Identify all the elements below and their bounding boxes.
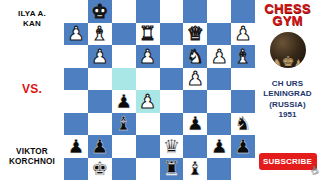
channel-emblem: ♞♚♟ xyxy=(270,32,306,68)
square-g3[interactable]: ♟ xyxy=(88,45,112,68)
square-h7[interactable]: ♟ xyxy=(64,135,88,158)
white-player-line1: ILYA A. xyxy=(0,9,64,19)
square-b5[interactable] xyxy=(207,90,231,113)
piece-bP: ♟ xyxy=(211,137,228,156)
square-a6[interactable]: ♞ xyxy=(231,113,255,136)
square-h2[interactable]: ♟ xyxy=(64,23,88,46)
piece-wP: ♟ xyxy=(91,47,108,66)
square-b7[interactable]: ♟ xyxy=(207,135,231,158)
event-line3: (RUSSIA) xyxy=(255,100,320,110)
square-a1[interactable] xyxy=(231,0,255,23)
piece-wK: ♚ xyxy=(91,2,108,21)
piece-wP: ♟ xyxy=(211,47,228,66)
square-e5[interactable]: ♟ xyxy=(136,90,160,113)
square-b6[interactable] xyxy=(207,113,231,136)
square-h6[interactable] xyxy=(64,113,88,136)
square-d2[interactable] xyxy=(160,23,184,46)
square-h4[interactable] xyxy=(64,68,88,91)
square-e1[interactable] xyxy=(136,0,160,23)
square-a8[interactable] xyxy=(231,158,255,181)
square-c1[interactable] xyxy=(183,0,207,23)
square-f8[interactable] xyxy=(112,158,136,181)
pawn-icon: ♟ xyxy=(294,59,302,68)
piece-wB: ♝ xyxy=(235,47,252,66)
square-f5[interactable]: ♟ xyxy=(112,90,136,113)
square-g6[interactable] xyxy=(88,113,112,136)
subscribe-label: SUBSCRIBE xyxy=(263,157,312,166)
square-b2[interactable] xyxy=(207,23,231,46)
piece-wN: ♞ xyxy=(187,47,204,66)
square-a7[interactable]: ♟ xyxy=(231,135,255,158)
square-d7[interactable]: ♛ xyxy=(160,135,184,158)
square-c7[interactable] xyxy=(183,135,207,158)
square-e4[interactable] xyxy=(136,68,160,91)
piece-bK: ♚ xyxy=(91,159,108,178)
piece-bP: ♟ xyxy=(91,137,108,156)
subscribe-button[interactable]: SUBSCRIBE ☝ xyxy=(259,153,317,170)
piece-wP: ♟ xyxy=(235,24,252,43)
square-b4[interactable] xyxy=(207,68,231,91)
knight-icon: ♞ xyxy=(273,58,282,68)
piece-wP: ♟ xyxy=(187,69,204,88)
piece-bR: ♜ xyxy=(163,159,180,178)
square-e2[interactable]: ♜ xyxy=(136,23,160,46)
square-h3[interactable] xyxy=(64,45,88,68)
square-a4[interactable] xyxy=(231,68,255,91)
channel-title-line2: GYM xyxy=(255,15,320,27)
hand-cursor-icon: ☝ xyxy=(308,163,320,178)
square-h1[interactable] xyxy=(64,0,88,23)
square-f3[interactable] xyxy=(112,45,136,68)
square-e7[interactable] xyxy=(136,135,160,158)
square-g2[interactable]: ♝ xyxy=(88,23,112,46)
square-d4[interactable] xyxy=(160,68,184,91)
square-a3[interactable]: ♝ xyxy=(231,45,255,68)
piece-wQ: ♛ xyxy=(187,24,204,43)
piece-wP: ♟ xyxy=(139,47,156,66)
square-g5[interactable] xyxy=(88,90,112,113)
square-h5[interactable] xyxy=(64,90,88,113)
event-info: CH URS LENINGRAD (RUSSIA) 1951 xyxy=(255,79,320,121)
event-line4: 1951 xyxy=(255,110,320,120)
event-line1: CH URS xyxy=(255,79,320,89)
black-player-line2: KORCHNOI xyxy=(0,157,64,167)
square-f1[interactable] xyxy=(112,0,136,23)
piece-wB: ♝ xyxy=(91,24,108,43)
square-b8[interactable] xyxy=(207,158,231,181)
square-g8[interactable]: ♚ xyxy=(88,158,112,181)
square-b1[interactable] xyxy=(207,0,231,23)
king-icon: ♚ xyxy=(282,54,295,68)
square-b3[interactable]: ♟ xyxy=(207,45,231,68)
square-g1[interactable]: ♚ xyxy=(88,0,112,23)
piece-bP: ♟ xyxy=(235,137,252,156)
square-h8[interactable] xyxy=(64,158,88,181)
square-d8[interactable]: ♜ xyxy=(160,158,184,181)
square-e6[interactable] xyxy=(136,113,160,136)
versus-label: VS. xyxy=(0,82,64,96)
square-a5[interactable] xyxy=(231,90,255,113)
piece-wR: ♜ xyxy=(139,24,156,43)
white-player-line2: KAN xyxy=(0,19,64,29)
square-d1[interactable] xyxy=(160,0,184,23)
piece-bN: ♞ xyxy=(235,114,252,133)
square-d3[interactable] xyxy=(160,45,184,68)
square-f4[interactable] xyxy=(112,68,136,91)
piece-bP: ♟ xyxy=(187,114,204,133)
square-f7[interactable] xyxy=(112,135,136,158)
piece-bQ: ♛ xyxy=(163,137,180,156)
video-thumbnail: ILYA A. KAN VS. VIKTOR KORCHNOI ♚♟♝♜♛♟♟♟… xyxy=(0,0,320,180)
black-player-name: VIKTOR KORCHNOI xyxy=(0,147,64,167)
square-g7[interactable]: ♟ xyxy=(88,135,112,158)
square-f6[interactable]: ♝ xyxy=(112,113,136,136)
white-player-name: ILYA A. KAN xyxy=(0,9,64,28)
piece-bP: ♟ xyxy=(67,137,84,156)
piece-wP: ♟ xyxy=(139,92,156,111)
square-c8[interactable]: ♝ xyxy=(183,158,207,181)
square-e8[interactable] xyxy=(136,158,160,181)
square-c2[interactable]: ♛ xyxy=(183,23,207,46)
square-f2[interactable] xyxy=(112,23,136,46)
black-player-line1: VIKTOR xyxy=(0,147,64,157)
event-line2: LENINGRAD xyxy=(255,89,320,99)
channel-title: CHESS GYM xyxy=(255,3,320,28)
square-d6[interactable] xyxy=(160,113,184,136)
square-c3[interactable]: ♞ xyxy=(183,45,207,68)
piece-bB: ♝ xyxy=(187,159,204,178)
square-c5[interactable] xyxy=(183,90,207,113)
channel-panel: CHESS GYM ♞♚♟ CH URS LENINGRAD (RUSSIA) … xyxy=(255,0,320,180)
square-e3[interactable]: ♟ xyxy=(136,45,160,68)
square-d5[interactable] xyxy=(160,90,184,113)
square-c6[interactable]: ♟ xyxy=(183,113,207,136)
square-c4[interactable]: ♟ xyxy=(183,68,207,91)
piece-wP: ♟ xyxy=(67,24,84,43)
piece-bB: ♝ xyxy=(115,114,132,133)
players-panel: ILYA A. KAN VS. VIKTOR KORCHNOI xyxy=(0,0,64,180)
piece-bP: ♟ xyxy=(115,92,132,111)
square-a2[interactable]: ♟ xyxy=(231,23,255,46)
chess-board: ♚♟♝♜♛♟♟♟♞♟♝♟♟♟♝♟♞♟♟♛♟♟♚♜♝ xyxy=(64,0,255,180)
square-g4[interactable] xyxy=(88,68,112,91)
